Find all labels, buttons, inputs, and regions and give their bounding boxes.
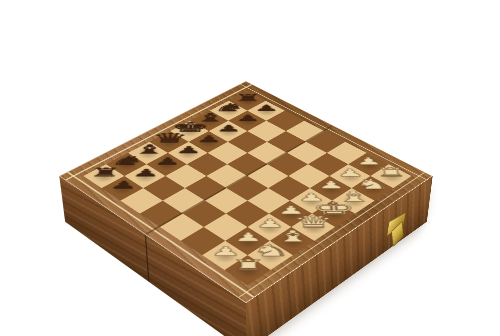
board-top: ♜♞♟♝♟♚♟♛♟♝♟♞♟♟♜♟♟♜♟♟♞♟♝♟♚♟♛♟♝♟♞♜: [59, 81, 432, 303]
pieces-layer: ♜♞♟♝♟♚♟♛♟♝♟♞♟♟♜♟♟♜♟♟♞♟♝♟♚♟♛♟♝♟♞♜: [61, 82, 432, 302]
fold-seam-side: [145, 234, 150, 282]
brass-latch-icon: [385, 208, 410, 255]
product-photo: ♜♞♟♝♟♚♟♛♟♝♟♞♟♟♜♟♟♜♟♟♞♟♝♟♚♟♛♟♝♟♞♜: [0, 0, 500, 336]
chess-board: ♜♞♟♝♟♚♟♛♟♝♟♞♟♟♜♟♟♜♟♟♞♟♝♟♚♟♛♟♝♟♞♜: [59, 81, 432, 303]
